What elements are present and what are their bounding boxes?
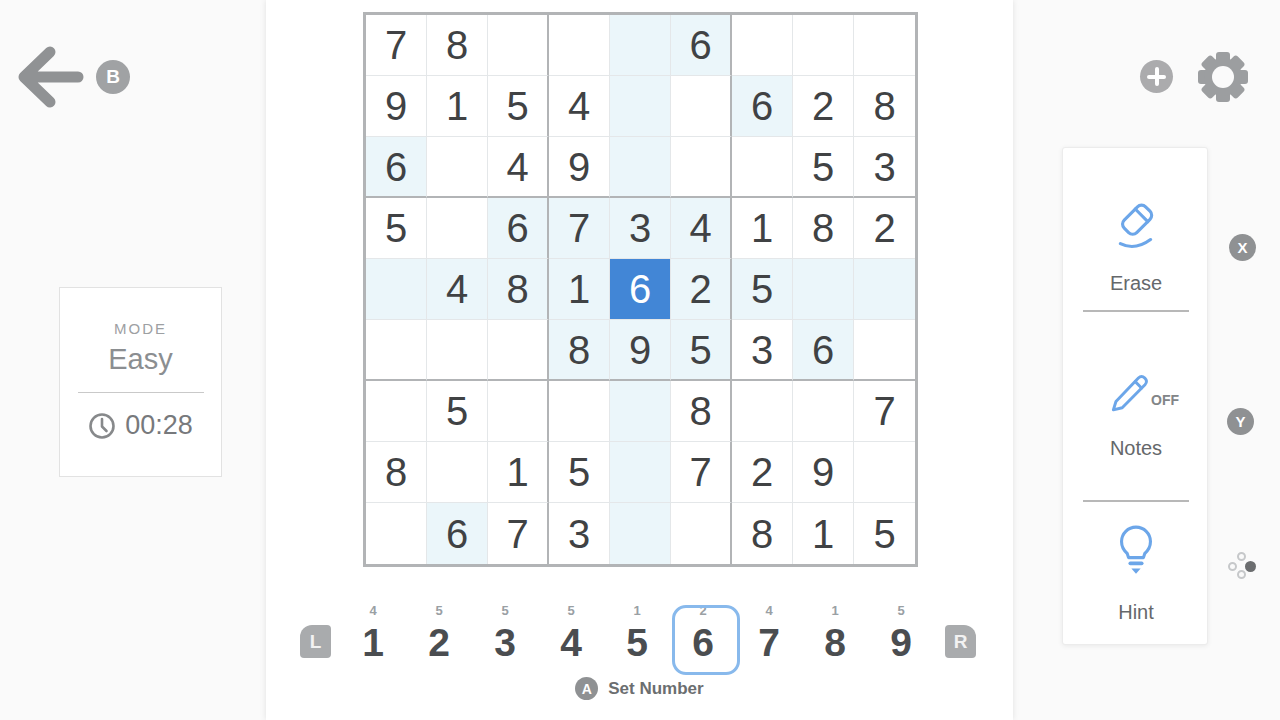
set-number-label: Set Number: [608, 679, 703, 699]
remaining-count-7: 4: [736, 602, 802, 619]
hint-button[interactable]: Hint: [1063, 601, 1209, 624]
sudoku-cell-r1c2[interactable]: 8: [427, 15, 488, 76]
sudoku-cell-r2c1[interactable]: 9: [366, 76, 427, 137]
sudoku-cell-r8c8[interactable]: 9: [793, 442, 854, 503]
tool-divider: [1083, 500, 1189, 502]
sudoku-cell-r9c6[interactable]: [671, 503, 732, 564]
sudoku-cell-r7c5[interactable]: [610, 381, 671, 442]
set-number-hint: A Set Number: [266, 677, 1013, 700]
tool-panel: Erase OFF Notes Hint: [1062, 147, 1208, 645]
number-pad: L 415253541526471859 R: [300, 602, 976, 672]
sudoku-cell-r5c2[interactable]: 4: [427, 259, 488, 320]
number-digit-8: 8: [802, 619, 868, 667]
sudoku-cell-r3c4[interactable]: 9: [549, 137, 610, 198]
sudoku-cell-r8c7[interactable]: 2: [732, 442, 793, 503]
sudoku-cell-r4c7[interactable]: 1: [732, 198, 793, 259]
remaining-count-2: 5: [406, 602, 472, 619]
clock-icon: [88, 412, 116, 440]
r-shoulder-button[interactable]: R: [945, 625, 976, 658]
sudoku-cell-r6c4[interactable]: 8: [549, 320, 610, 381]
sudoku-cell-r3c8[interactable]: 5: [793, 137, 854, 198]
number-digit-6: 6: [670, 619, 736, 667]
sudoku-cell-r1c8[interactable]: [793, 15, 854, 76]
sudoku-cell-r2c7[interactable]: 6: [732, 76, 793, 137]
sudoku-cell-r5c7[interactable]: 5: [732, 259, 793, 320]
sudoku-cell-r9c1[interactable]: [366, 503, 427, 564]
settings-button[interactable]: [1197, 51, 1249, 103]
sudoku-cell-r8c1[interactable]: 8: [366, 442, 427, 503]
sudoku-cell-r1c6[interactable]: 6: [671, 15, 732, 76]
sudoku-cell-r3c9[interactable]: 3: [854, 137, 915, 198]
number-pad-2[interactable]: 52: [406, 602, 472, 672]
remaining-count-9: 5: [868, 602, 934, 619]
sudoku-cell-r6c6[interactable]: 5: [671, 320, 732, 381]
sudoku-cell-r9c7[interactable]: 8: [732, 503, 793, 564]
sudoku-cell-r5c9[interactable]: [854, 259, 915, 320]
sudoku-cell-r5c4[interactable]: 1: [549, 259, 610, 320]
notes-state: OFF: [1151, 392, 1179, 408]
sudoku-cell-r1c1[interactable]: 7: [366, 15, 427, 76]
sudoku-cell-r7c8[interactable]: [793, 381, 854, 442]
number-digit-2: 2: [406, 619, 472, 667]
sudoku-cell-r6c2[interactable]: [427, 320, 488, 381]
sudoku-cell-r7c4[interactable]: [549, 381, 610, 442]
remaining-count-1: 4: [340, 602, 406, 619]
number-digit-4: 4: [538, 619, 604, 667]
sudoku-cell-r7c1[interactable]: [366, 381, 427, 442]
remaining-count-8: 1: [802, 602, 868, 619]
sudoku-cell-r8c4[interactable]: 5: [549, 442, 610, 503]
sudoku-cell-r9c9[interactable]: 5: [854, 503, 915, 564]
add-button[interactable]: [1140, 60, 1173, 93]
sudoku-cell-r5c6[interactable]: 2: [671, 259, 732, 320]
sudoku-cell-r5c3[interactable]: 8: [488, 259, 549, 320]
sudoku-cell-r8c2[interactable]: [427, 442, 488, 503]
sudoku-cell-r4c5[interactable]: 3: [610, 198, 671, 259]
sudoku-cell-r9c3[interactable]: 7: [488, 503, 549, 564]
number-digit-5: 5: [604, 619, 670, 667]
pencil-icon[interactable]: [1105, 366, 1153, 414]
back-button[interactable]: [14, 46, 84, 108]
erase-button[interactable]: Erase: [1063, 272, 1209, 295]
sudoku-cell-r3c1[interactable]: 6: [366, 137, 427, 198]
timer-value: 00:28: [125, 410, 193, 441]
sudoku-board: 7869154628649535673418248162589536587815…: [363, 12, 918, 567]
b-button-badge: B: [96, 60, 130, 94]
mode-card-divider: [78, 392, 204, 393]
sudoku-cell-r2c4[interactable]: 4: [549, 76, 610, 137]
sudoku-cell-r4c4[interactable]: 7: [549, 198, 610, 259]
notes-button[interactable]: Notes: [1063, 437, 1209, 460]
sudoku-cell-r9c2[interactable]: 6: [427, 503, 488, 564]
a-button-badge: A: [575, 677, 598, 700]
sudoku-cell-r4c2[interactable]: [427, 198, 488, 259]
sudoku-cell-r6c9[interactable]: [854, 320, 915, 381]
sudoku-cell-r3c7[interactable]: [732, 137, 793, 198]
sudoku-cell-r2c3[interactable]: 5: [488, 76, 549, 137]
number-pad-4[interactable]: 54: [538, 602, 604, 672]
x-button-badge: X: [1229, 234, 1256, 261]
sudoku-cell-r1c4[interactable]: [549, 15, 610, 76]
remaining-count-4: 5: [538, 602, 604, 619]
sudoku-cell-r3c6[interactable]: [671, 137, 732, 198]
sudoku-cell-r7c3[interactable]: [488, 381, 549, 442]
mode-card: MODE Easy 00:28: [59, 287, 222, 477]
sudoku-cell-r7c6[interactable]: 8: [671, 381, 732, 442]
y-button-badge: Y: [1227, 408, 1254, 435]
mode-value: Easy: [60, 343, 221, 376]
remaining-count-3: 5: [472, 602, 538, 619]
sudoku-cell-r4c6[interactable]: 4: [671, 198, 732, 259]
sudoku-cell-r8c5[interactable]: [610, 442, 671, 503]
right-stick-icon: [1225, 549, 1259, 583]
sudoku-cell-r6c3[interactable]: [488, 320, 549, 381]
number-pad-1[interactable]: 41: [340, 602, 406, 672]
game-panel: 7869154628649535673418248162589536587815…: [266, 0, 1013, 720]
sudoku-cell-r7c2[interactable]: 5: [427, 381, 488, 442]
number-pad-8[interactable]: 18: [802, 602, 868, 672]
sudoku-cell-r5c8[interactable]: [793, 259, 854, 320]
sudoku-cell-r2c9[interactable]: 8: [854, 76, 915, 137]
sudoku-cell-r4c8[interactable]: 8: [793, 198, 854, 259]
sudoku-cell-r4c9[interactable]: 2: [854, 198, 915, 259]
sudoku-cell-r2c6[interactable]: [671, 76, 732, 137]
l-shoulder-button[interactable]: L: [300, 625, 331, 658]
sudoku-cell-r6c1[interactable]: [366, 320, 427, 381]
sudoku-cell-r6c8[interactable]: 6: [793, 320, 854, 381]
sudoku-cell-r6c5[interactable]: 9: [610, 320, 671, 381]
remaining-count-5: 1: [604, 602, 670, 619]
number-pad-9[interactable]: 59: [868, 602, 934, 672]
sudoku-cell-r9c4[interactable]: 3: [549, 503, 610, 564]
sudoku-cell-r3c3[interactable]: 4: [488, 137, 549, 198]
sudoku-cell-r4c1[interactable]: 5: [366, 198, 427, 259]
number-digit-1: 1: [340, 619, 406, 667]
sudoku-cell-r3c2[interactable]: [427, 137, 488, 198]
tool-divider: [1083, 310, 1189, 312]
sudoku-cell-r9c5[interactable]: [610, 503, 671, 564]
sudoku-cell-r2c5[interactable]: [610, 76, 671, 137]
number-pad-slots: 415253541526471859: [340, 602, 934, 672]
sudoku-cell-r6c7[interactable]: 3: [732, 320, 793, 381]
eraser-icon[interactable]: [1113, 201, 1159, 251]
sudoku-cell-selected[interactable]: 6: [610, 259, 671, 320]
sudoku-cell-r1c7[interactable]: [732, 15, 793, 76]
sudoku-cell-r8c3[interactable]: 1: [488, 442, 549, 503]
sudoku-cell-r4c3[interactable]: 6: [488, 198, 549, 259]
sudoku-cell-r2c2[interactable]: 1: [427, 76, 488, 137]
number-digit-7: 7: [736, 619, 802, 667]
sudoku-cell-r9c8[interactable]: 1: [793, 503, 854, 564]
number-pad-3[interactable]: 53: [472, 602, 538, 672]
sudoku-cell-r7c7[interactable]: [732, 381, 793, 442]
sudoku-cell-r1c3[interactable]: [488, 15, 549, 76]
number-pad-6[interactable]: 26: [670, 602, 736, 672]
number-pad-7[interactable]: 47: [736, 602, 802, 672]
number-digit-9: 9: [868, 619, 934, 667]
mode-label: MODE: [60, 320, 221, 337]
lightbulb-icon[interactable]: [1113, 523, 1159, 585]
sudoku-cell-r2c8[interactable]: 2: [793, 76, 854, 137]
number-pad-5[interactable]: 15: [604, 602, 670, 672]
sudoku-cell-r7c9[interactable]: 7: [854, 381, 915, 442]
sudoku-cell-r8c6[interactable]: 7: [671, 442, 732, 503]
sudoku-cell-r8c9[interactable]: [854, 442, 915, 503]
number-digit-3: 3: [472, 619, 538, 667]
sudoku-cell-r1c9[interactable]: [854, 15, 915, 76]
sudoku-cell-r1c5[interactable]: [610, 15, 671, 76]
sudoku-cell-r5c1[interactable]: [366, 259, 427, 320]
sudoku-cell-r3c5[interactable]: [610, 137, 671, 198]
remaining-count-6: 2: [670, 602, 736, 619]
